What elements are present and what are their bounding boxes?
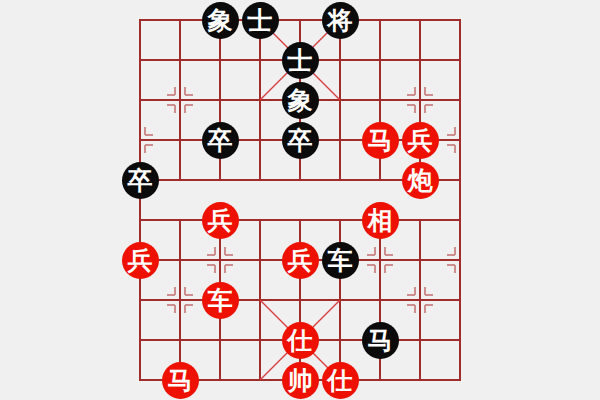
piece-black-elephant[interactable]: 象: [282, 82, 319, 119]
piece-red-horse[interactable]: 马: [162, 362, 199, 399]
board-grid: 象士将士象卒卒马兵卒炮兵相兵兵车车仕马马帅仕: [120, 0, 480, 400]
piece-black-chariot[interactable]: 车: [322, 242, 359, 279]
piece-black-soldier[interactable]: 卒: [282, 122, 319, 159]
piece-red-soldier[interactable]: 兵: [402, 122, 439, 159]
xiangqi-board: 象士将士象卒卒马兵卒炮兵相兵兵车车仕马马帅仕: [0, 0, 600, 400]
piece-black-advisor[interactable]: 士: [242, 2, 279, 39]
piece-black-soldier[interactable]: 卒: [122, 162, 159, 199]
piece-red-general[interactable]: 帅: [282, 362, 319, 399]
piece-red-cannon[interactable]: 炮: [402, 162, 439, 199]
piece-red-soldier[interactable]: 兵: [122, 242, 159, 279]
piece-black-horse[interactable]: 马: [362, 322, 399, 359]
piece-black-general[interactable]: 将: [322, 2, 359, 39]
piece-red-chariot[interactable]: 车: [202, 282, 239, 319]
piece-black-advisor[interactable]: 士: [282, 42, 319, 79]
piece-red-elephant[interactable]: 相: [362, 202, 399, 239]
piece-black-soldier[interactable]: 卒: [202, 122, 239, 159]
piece-red-advisor[interactable]: 仕: [322, 362, 359, 399]
piece-red-soldier[interactable]: 兵: [202, 202, 239, 239]
piece-black-elephant[interactable]: 象: [202, 2, 239, 39]
piece-red-soldier[interactable]: 兵: [282, 242, 319, 279]
piece-red-horse[interactable]: 马: [362, 122, 399, 159]
piece-red-advisor[interactable]: 仕: [282, 322, 319, 359]
